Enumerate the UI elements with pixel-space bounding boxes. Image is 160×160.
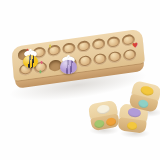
dome-lid[interactable] xyxy=(95,54,105,63)
green-pip xyxy=(94,119,105,129)
yellow-pip xyxy=(127,121,138,130)
hole-B5[interactable] xyxy=(78,55,92,68)
die-front-face xyxy=(117,117,147,134)
dome-lid[interactable] xyxy=(94,40,104,49)
yellow-bee[interactable] xyxy=(22,48,39,68)
hole-B7[interactable] xyxy=(108,51,122,64)
bee-wing-stem xyxy=(29,49,32,53)
hole-B6[interactable] xyxy=(93,53,107,66)
decor-dot xyxy=(40,61,42,64)
heart-mark: ♥ xyxy=(132,42,139,50)
dome-lid[interactable] xyxy=(109,38,119,47)
scene: ♥ xyxy=(0,0,160,160)
yellow-pip xyxy=(139,85,154,97)
dome-lid[interactable] xyxy=(49,46,59,55)
bee-wing-stem xyxy=(67,55,70,59)
hole-B8[interactable] xyxy=(123,48,137,61)
hole-A5[interactable] xyxy=(77,40,91,53)
yellow-bee-body xyxy=(23,55,38,68)
purple-bee-body xyxy=(60,60,77,74)
dome-lid[interactable] xyxy=(79,42,89,51)
teal-pip xyxy=(138,98,150,108)
white-pip xyxy=(96,104,110,115)
dome-lid[interactable] xyxy=(64,44,74,53)
orange-pip xyxy=(105,117,116,127)
purple-bee[interactable] xyxy=(60,54,77,74)
dome-lid[interactable] xyxy=(125,50,135,59)
dome-lid[interactable] xyxy=(80,57,90,66)
hole-A6[interactable] xyxy=(92,38,106,51)
hole-A7[interactable] xyxy=(107,36,121,49)
die-white-green-orange[interactable] xyxy=(88,100,120,132)
dome-lid[interactable] xyxy=(110,52,120,61)
